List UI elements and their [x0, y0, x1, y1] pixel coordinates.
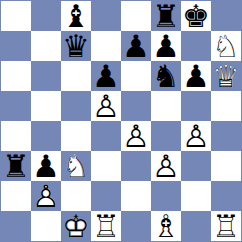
white-pawn-icon: ♙: [91, 91, 121, 121]
piece-black-rook[interactable]: ♜: [1, 151, 31, 181]
square-g6[interactable]: ♟: [181, 61, 211, 91]
square-e6[interactable]: [121, 61, 151, 91]
square-g7[interactable]: [181, 31, 211, 61]
square-b8[interactable]: [31, 1, 61, 31]
square-g2[interactable]: [181, 181, 211, 211]
square-h2[interactable]: [211, 181, 241, 211]
piece-white-pawn[interactable]: ♟♙: [91, 91, 121, 121]
white-rook-icon: ♖: [211, 211, 241, 241]
white-knight-icon: ♘: [61, 151, 91, 181]
square-h1[interactable]: ♜♖: [211, 211, 241, 241]
square-c3[interactable]: ♞♘: [61, 151, 91, 181]
square-f8[interactable]: ♜: [151, 1, 181, 31]
square-f1[interactable]: ♝♗: [151, 211, 181, 241]
square-a3[interactable]: ♜: [1, 151, 31, 181]
square-e3[interactable]: [121, 151, 151, 181]
square-a5[interactable]: [1, 91, 31, 121]
square-h8[interactable]: [211, 1, 241, 31]
white-pawn-icon: ♙: [121, 121, 151, 151]
square-c4[interactable]: [61, 121, 91, 151]
square-e1[interactable]: [121, 211, 151, 241]
square-h3[interactable]: [211, 151, 241, 181]
piece-black-rook[interactable]: ♜: [151, 1, 181, 31]
square-g3[interactable]: [181, 151, 211, 181]
square-b3[interactable]: ♟: [31, 151, 61, 181]
square-b1[interactable]: [31, 211, 61, 241]
piece-white-knight[interactable]: ♞♘: [211, 31, 241, 61]
square-d6[interactable]: ♟: [91, 61, 121, 91]
square-e4[interactable]: ♟♙: [121, 121, 151, 151]
square-f7[interactable]: ♟: [151, 31, 181, 61]
piece-white-rook[interactable]: ♜♖: [211, 211, 241, 241]
square-f6[interactable]: ♞: [151, 61, 181, 91]
white-king-icon: ♔: [61, 211, 91, 241]
square-c8[interactable]: ♝: [61, 1, 91, 31]
piece-black-pawn[interactable]: ♟: [151, 31, 181, 61]
square-g4[interactable]: ♟♙: [181, 121, 211, 151]
square-b4[interactable]: [31, 121, 61, 151]
square-h7[interactable]: ♞♘: [211, 31, 241, 61]
piece-black-pawn[interactable]: ♟: [31, 151, 61, 181]
square-g8[interactable]: ♚: [181, 1, 211, 31]
piece-black-queen[interactable]: ♛: [61, 31, 91, 61]
square-f4[interactable]: [151, 121, 181, 151]
square-e2[interactable]: [121, 181, 151, 211]
square-g1[interactable]: [181, 211, 211, 241]
piece-white-pawn[interactable]: ♟♙: [121, 121, 151, 151]
piece-black-king[interactable]: ♚: [181, 1, 211, 31]
piece-white-knight[interactable]: ♞♘: [61, 151, 91, 181]
piece-black-pawn[interactable]: ♟: [91, 61, 121, 91]
piece-black-pawn[interactable]: ♟: [121, 31, 151, 61]
square-e8[interactable]: [121, 1, 151, 31]
square-f3[interactable]: ♟♙: [151, 151, 181, 181]
white-pawn-icon: ♙: [31, 181, 61, 211]
square-c7[interactable]: ♛: [61, 31, 91, 61]
square-e7[interactable]: ♟: [121, 31, 151, 61]
square-c2[interactable]: [61, 181, 91, 211]
piece-white-pawn[interactable]: ♟♙: [31, 181, 61, 211]
piece-black-pawn[interactable]: ♟: [181, 61, 211, 91]
square-h4[interactable]: [211, 121, 241, 151]
piece-white-pawn[interactable]: ♟♙: [181, 121, 211, 151]
piece-white-queen[interactable]: ♛♕: [211, 61, 241, 91]
square-c1[interactable]: ♚♔: [61, 211, 91, 241]
square-d2[interactable]: [91, 181, 121, 211]
square-d8[interactable]: [91, 1, 121, 31]
white-knight-icon: ♘: [211, 31, 241, 61]
square-f2[interactable]: [151, 181, 181, 211]
square-d5[interactable]: ♟♙: [91, 91, 121, 121]
white-queen-icon: ♕: [211, 61, 241, 91]
square-d4[interactable]: [91, 121, 121, 151]
square-d3[interactable]: [91, 151, 121, 181]
square-b2[interactable]: ♟♙: [31, 181, 61, 211]
square-d1[interactable]: ♜♖: [91, 211, 121, 241]
white-bishop-icon: ♗: [151, 211, 181, 241]
square-a6[interactable]: [1, 61, 31, 91]
square-g5[interactable]: [181, 91, 211, 121]
piece-black-bishop[interactable]: ♝: [61, 1, 91, 31]
square-e5[interactable]: [121, 91, 151, 121]
white-pawn-icon: ♙: [151, 151, 181, 181]
piece-white-king[interactable]: ♚♔: [61, 211, 91, 241]
chess-board: ♝♜♚♛♟♟♞♘♟♞♟♛♕♟♙♟♙♟♙♜♟♞♘♟♙♟♙♚♔♜♖♝♗♜♖: [0, 0, 242, 242]
square-c5[interactable]: [61, 91, 91, 121]
square-a2[interactable]: [1, 181, 31, 211]
piece-white-rook[interactable]: ♜♖: [91, 211, 121, 241]
square-f5[interactable]: [151, 91, 181, 121]
square-h6[interactable]: ♛♕: [211, 61, 241, 91]
white-rook-icon: ♖: [91, 211, 121, 241]
square-d7[interactable]: [91, 31, 121, 61]
piece-black-knight[interactable]: ♞: [151, 61, 181, 91]
square-a4[interactable]: [1, 121, 31, 151]
square-a8[interactable]: [1, 1, 31, 31]
square-b7[interactable]: [31, 31, 61, 61]
square-a7[interactable]: [1, 31, 31, 61]
square-b5[interactable]: [31, 91, 61, 121]
piece-white-bishop[interactable]: ♝♗: [151, 211, 181, 241]
square-h5[interactable]: [211, 91, 241, 121]
piece-white-pawn[interactable]: ♟♙: [151, 151, 181, 181]
white-pawn-icon: ♙: [181, 121, 211, 151]
square-a1[interactable]: [1, 211, 31, 241]
square-b6[interactable]: [31, 61, 61, 91]
square-c6[interactable]: [61, 61, 91, 91]
